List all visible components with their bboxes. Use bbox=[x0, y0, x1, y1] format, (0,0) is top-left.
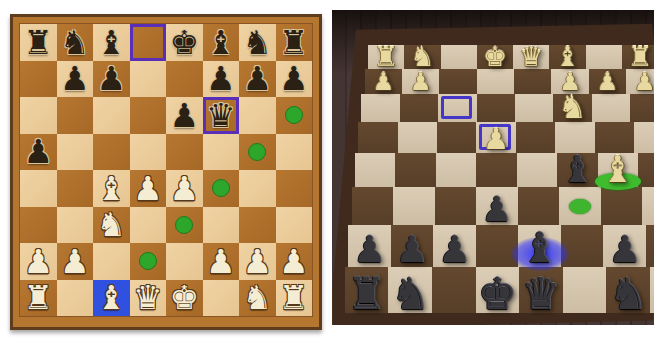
black-bishop-d7[interactable]: ♝ bbox=[521, 228, 558, 269]
white-knight-c3[interactable]: ♞ bbox=[558, 91, 587, 123]
white-rook-h1[interactable]: ♜ bbox=[276, 280, 313, 317]
square-c6[interactable] bbox=[559, 187, 601, 225]
square-a7[interactable] bbox=[20, 61, 57, 98]
white-rook-a1[interactable]: ♜ bbox=[628, 43, 652, 70]
square-g5[interactable] bbox=[395, 153, 435, 187]
square-g7[interactable]: ♟ bbox=[239, 61, 276, 98]
black-pawn-a5[interactable]: ♟ bbox=[20, 134, 57, 171]
square-d1[interactable]: ♛ bbox=[130, 280, 167, 317]
square-h8[interactable]: ♜ bbox=[276, 24, 313, 61]
screenshot-stage: ♜♞♝♚♝♞♜♟♟♟♟♟♟♛♟♝♟♟♞♟♟♟♟♟♜♝♛♚♞♜ ♜♞♚♛♝♜♟♟♟… bbox=[0, 0, 654, 346]
black-pawn-e6[interactable]: ♟ bbox=[166, 97, 203, 134]
white-pawn-g2[interactable]: ♟ bbox=[410, 70, 432, 94]
white-bishop-c4[interactable]: ♝ bbox=[93, 170, 130, 207]
square-e2[interactable] bbox=[166, 243, 203, 280]
square-f4[interactable] bbox=[203, 170, 240, 207]
rank-row-3 bbox=[361, 94, 654, 122]
legal-move-dot-f4[interactable] bbox=[212, 179, 230, 197]
white-pawn-h2[interactable]: ♟ bbox=[276, 243, 313, 280]
white-knight-g1[interactable]: ♞ bbox=[239, 280, 276, 317]
square-d6[interactable] bbox=[130, 97, 167, 134]
square-f3[interactable] bbox=[203, 207, 240, 244]
black-queen-f6[interactable]: ♛ bbox=[203, 97, 240, 134]
square-c6[interactable] bbox=[93, 97, 130, 134]
black-knight-g8[interactable]: ♞ bbox=[391, 272, 430, 316]
square-f8[interactable]: ♝ bbox=[203, 24, 240, 61]
square-c7[interactable]: ♟ bbox=[93, 61, 130, 98]
white-bishop-b5[interactable]: ♝ bbox=[601, 152, 634, 189]
square-f8[interactable] bbox=[432, 267, 476, 313]
square-a3[interactable] bbox=[630, 94, 654, 122]
square-e2[interactable] bbox=[477, 69, 514, 94]
square-b8[interactable]: ♞ bbox=[57, 24, 94, 61]
square-h5[interactable] bbox=[355, 153, 395, 187]
square-g4[interactable] bbox=[239, 170, 276, 207]
square-e1[interactable]: ♚ bbox=[166, 280, 203, 317]
square-a5[interactable]: ♟ bbox=[20, 134, 57, 171]
square-a4[interactable] bbox=[20, 170, 57, 207]
square-b4[interactable] bbox=[57, 170, 94, 207]
square-d5[interactable] bbox=[130, 134, 167, 171]
square-f3[interactable] bbox=[438, 94, 476, 122]
white-pawn-d4[interactable]: ♟ bbox=[130, 170, 167, 207]
square-d3[interactable] bbox=[515, 94, 553, 122]
square-e5[interactable] bbox=[476, 153, 516, 187]
square-d6[interactable] bbox=[518, 187, 560, 225]
black-knight-b8[interactable]: ♞ bbox=[609, 272, 648, 316]
square-e3[interactable] bbox=[477, 94, 515, 122]
black-pawn-e6[interactable]: ♟ bbox=[482, 192, 512, 226]
white-pawn-e4[interactable]: ♟ bbox=[483, 125, 509, 154]
white-pawn-g2[interactable]: ♟ bbox=[239, 243, 276, 280]
square-f1[interactable] bbox=[441, 45, 477, 69]
white-queen-d1[interactable]: ♛ bbox=[130, 280, 167, 317]
square-g4[interactable] bbox=[398, 122, 437, 153]
square-h6[interactable] bbox=[352, 187, 394, 225]
square-b6[interactable] bbox=[601, 187, 643, 225]
square-d3[interactable] bbox=[130, 207, 167, 244]
square-d2[interactable] bbox=[130, 243, 167, 280]
square-d5[interactable] bbox=[517, 153, 557, 187]
square-h3[interactable] bbox=[361, 94, 399, 122]
white-bishop-c1[interactable]: ♝ bbox=[556, 43, 580, 70]
square-d8[interactable] bbox=[130, 24, 167, 61]
board-2d-grid: ♜♞♝♚♝♞♜♟♟♟♟♟♟♛♟♝♟♟♞♟♟♟♟♟♜♝♛♚♞♜ bbox=[20, 24, 312, 316]
square-g5[interactable] bbox=[239, 134, 276, 171]
square-b3[interactable] bbox=[57, 207, 94, 244]
white-bishop-c1[interactable]: ♝ bbox=[93, 280, 130, 317]
black-pawn-b7[interactable]: ♟ bbox=[57, 61, 94, 98]
white-pawn-h2[interactable]: ♟ bbox=[372, 70, 394, 94]
square-f5[interactable] bbox=[203, 134, 240, 171]
square-f2[interactable]: ♟ bbox=[203, 243, 240, 280]
white-rook-a1[interactable]: ♜ bbox=[20, 280, 57, 317]
white-pawn-e4[interactable]: ♟ bbox=[166, 170, 203, 207]
square-c2[interactable] bbox=[93, 243, 130, 280]
square-f5[interactable] bbox=[436, 153, 476, 187]
square-h2[interactable]: ♟ bbox=[276, 243, 313, 280]
square-g3[interactable] bbox=[239, 207, 276, 244]
square-b1[interactable] bbox=[586, 45, 622, 69]
white-pawn-a2[interactable]: ♟ bbox=[634, 70, 654, 94]
square-b2[interactable]: ♟ bbox=[57, 243, 94, 280]
square-f7[interactable]: ♟ bbox=[203, 61, 240, 98]
square-d4[interactable]: ♟ bbox=[130, 170, 167, 207]
square-b1[interactable] bbox=[57, 280, 94, 317]
white-king-e1[interactable]: ♚ bbox=[166, 280, 203, 317]
square-h4[interactable] bbox=[276, 170, 313, 207]
white-pawn-b2[interactable]: ♟ bbox=[596, 70, 618, 94]
square-g2[interactable]: ♟ bbox=[239, 243, 276, 280]
black-king-e8[interactable]: ♚ bbox=[166, 24, 203, 61]
square-e7[interactable] bbox=[166, 61, 203, 98]
square-e5[interactable] bbox=[166, 134, 203, 171]
square-b6[interactable] bbox=[57, 97, 94, 134]
square-c1[interactable]: ♝ bbox=[93, 280, 130, 317]
square-c3[interactable]: ♞ bbox=[93, 207, 130, 244]
square-a1[interactable]: ♜ bbox=[20, 280, 57, 317]
square-g8[interactable]: ♞ bbox=[239, 24, 276, 61]
black-queen-d8[interactable]: ♛ bbox=[521, 272, 560, 316]
black-rook-h8[interactable]: ♜ bbox=[347, 272, 386, 316]
square-f6[interactable]: ♛ bbox=[203, 97, 240, 134]
square-a8[interactable]: ♜ bbox=[20, 24, 57, 61]
square-a4[interactable] bbox=[634, 122, 654, 153]
square-a5[interactable] bbox=[638, 153, 654, 187]
black-pawn-h7[interactable]: ♟ bbox=[276, 61, 313, 98]
square-g1[interactable]: ♞ bbox=[239, 280, 276, 317]
square-g3[interactable] bbox=[400, 94, 438, 122]
black-pawn-c7[interactable]: ♟ bbox=[93, 61, 130, 98]
white-pawn-a2[interactable]: ♟ bbox=[20, 243, 57, 280]
board-2d-inner-frame: ♜♞♝♚♝♞♜♟♟♟♟♟♟♛♟♝♟♟♞♟♟♟♟♟♜♝♛♚♞♜ bbox=[20, 24, 312, 316]
square-a2[interactable]: ♟ bbox=[20, 243, 57, 280]
white-king-e1[interactable]: ♚ bbox=[483, 43, 507, 70]
square-g6[interactable] bbox=[393, 187, 435, 225]
black-bishop-c8[interactable]: ♝ bbox=[93, 24, 130, 61]
square-c7[interactable] bbox=[561, 225, 604, 267]
square-c8[interactable] bbox=[563, 267, 607, 313]
square-h4[interactable] bbox=[358, 122, 397, 153]
square-e7[interactable] bbox=[476, 225, 519, 267]
legal-move-dot-d2[interactable] bbox=[139, 252, 157, 270]
square-d7[interactable] bbox=[130, 61, 167, 98]
square-h1[interactable]: ♜ bbox=[276, 280, 313, 317]
black-pawn-g7[interactable]: ♟ bbox=[396, 232, 429, 268]
black-knight-b8[interactable]: ♞ bbox=[57, 24, 94, 61]
square-h7[interactable]: ♟ bbox=[276, 61, 313, 98]
black-king-e8[interactable]: ♚ bbox=[478, 272, 517, 316]
square-b5[interactable] bbox=[57, 134, 94, 171]
legal-move-dot-g5[interactable] bbox=[248, 143, 266, 161]
square-f1[interactable] bbox=[203, 280, 240, 317]
legal-move-dot-h6[interactable] bbox=[285, 106, 303, 124]
white-pawn-b2[interactable]: ♟ bbox=[57, 243, 94, 280]
square-h6[interactable] bbox=[276, 97, 313, 134]
black-pawn-f7[interactable]: ♟ bbox=[203, 61, 240, 98]
square-e6[interactable]: ♟ bbox=[166, 97, 203, 134]
black-pawn-f7[interactable]: ♟ bbox=[438, 232, 471, 268]
square-f2[interactable] bbox=[439, 69, 476, 94]
square-a7[interactable] bbox=[646, 225, 654, 267]
white-queen-d1[interactable]: ♛ bbox=[519, 43, 543, 70]
white-pawn-f2[interactable]: ♟ bbox=[203, 243, 240, 280]
square-b3[interactable] bbox=[592, 94, 630, 122]
black-bishop-f8[interactable]: ♝ bbox=[203, 24, 240, 61]
black-rook-h8[interactable]: ♜ bbox=[276, 24, 313, 61]
white-knight-c3[interactable]: ♞ bbox=[93, 207, 130, 244]
square-a6[interactable] bbox=[642, 187, 654, 225]
square-c5[interactable] bbox=[93, 134, 130, 171]
square-e4[interactable]: ♟ bbox=[166, 170, 203, 207]
square-h3[interactable] bbox=[276, 207, 313, 244]
board-3d: ♜♞♚♛♝♜♟♟♟♟♟♞♟♝♝♟♝♟♟♟♟♜♞♚♛♞ bbox=[332, 10, 654, 325]
black-bishop-c5[interactable]: ♝ bbox=[561, 152, 594, 189]
black-pawn-g7[interactable]: ♟ bbox=[239, 61, 276, 98]
square-a6[interactable] bbox=[20, 97, 57, 134]
legal-move-dot-e3[interactable] bbox=[175, 216, 193, 234]
square-d2[interactable] bbox=[514, 69, 551, 94]
white-rook-h1[interactable]: ♜ bbox=[374, 43, 398, 70]
black-knight-g8[interactable]: ♞ bbox=[239, 24, 276, 61]
square-c8[interactable]: ♝ bbox=[93, 24, 130, 61]
black-pawn-h7[interactable]: ♟ bbox=[353, 232, 386, 268]
square-a3[interactable] bbox=[20, 207, 57, 244]
square-e3[interactable] bbox=[166, 207, 203, 244]
square-b7[interactable]: ♟ bbox=[57, 61, 94, 98]
square-a8[interactable] bbox=[650, 267, 654, 313]
square-d4[interactable] bbox=[516, 122, 555, 153]
square-h5[interactable] bbox=[276, 134, 313, 171]
white-knight-g1[interactable]: ♞ bbox=[410, 43, 434, 70]
black-rook-a8[interactable]: ♜ bbox=[20, 24, 57, 61]
board-2d: ♜♞♝♚♝♞♜♟♟♟♟♟♟♛♟♝♟♟♞♟♟♟♟♟♜♝♛♚♞♜ bbox=[10, 14, 322, 330]
square-c4[interactable]: ♝ bbox=[93, 170, 130, 207]
black-pawn-b7[interactable]: ♟ bbox=[608, 232, 641, 268]
square-g6[interactable] bbox=[239, 97, 276, 134]
square-f4[interactable] bbox=[437, 122, 476, 153]
square-e8[interactable]: ♚ bbox=[166, 24, 203, 61]
square-f6[interactable] bbox=[435, 187, 477, 225]
